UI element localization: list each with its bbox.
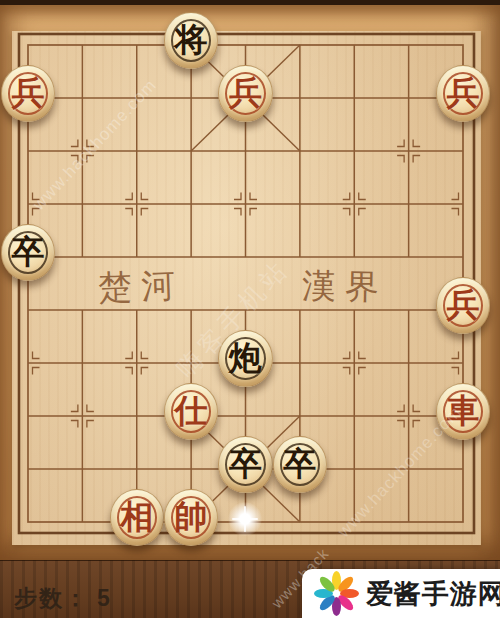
piece-black-soldier[interactable]: 卒 (273, 436, 327, 493)
board-point[interactable] (55, 337, 109, 390)
piece-black-general[interactable]: 将 (164, 12, 218, 69)
board-point[interactable] (381, 231, 435, 284)
board-point[interactable] (164, 231, 218, 284)
pinwheel-logo-icon (313, 571, 359, 617)
piece-red-soldier[interactable]: 兵 (218, 65, 272, 122)
board-point[interactable] (273, 178, 327, 231)
board-point[interactable] (381, 125, 435, 178)
piece-glyph: 兵 (2, 66, 54, 121)
board-point[interactable]: 相 (110, 496, 164, 549)
board-point[interactable] (327, 72, 381, 125)
board-point[interactable] (273, 72, 327, 125)
board-point[interactable] (55, 496, 109, 549)
board-point[interactable] (327, 337, 381, 390)
board-point[interactable]: 兵 (436, 284, 490, 337)
board-point[interactable]: 兵 (1, 72, 55, 125)
board-point[interactable] (327, 231, 381, 284)
piece-red-chariot[interactable]: 車 (436, 383, 490, 440)
piece-red-elephant[interactable]: 相 (110, 489, 164, 546)
board-point[interactable]: 車 (436, 390, 490, 443)
board-point[interactable] (218, 231, 272, 284)
board-point[interactable] (273, 284, 327, 337)
board-point[interactable]: 兵 (436, 72, 490, 125)
piece-black-cannon[interactable]: 炮 (218, 330, 272, 387)
board-point[interactable] (381, 337, 435, 390)
piece-glyph: 相 (111, 490, 163, 545)
piece-glyph: 兵 (437, 278, 489, 333)
board-point[interactable]: 卒 (273, 443, 327, 496)
board-point[interactable] (55, 390, 109, 443)
board-point[interactable]: 帥 (164, 496, 218, 549)
board-point[interactable] (381, 443, 435, 496)
piece-red-soldier[interactable]: 兵 (436, 65, 490, 122)
board-point[interactable] (273, 125, 327, 178)
board-point[interactable] (1, 337, 55, 390)
board-point[interactable] (381, 178, 435, 231)
board-point[interactable] (381, 390, 435, 443)
piece-black-soldier[interactable]: 卒 (1, 224, 55, 281)
piece-glyph: 将 (165, 13, 217, 68)
board-point[interactable] (164, 125, 218, 178)
board-point[interactable] (381, 284, 435, 337)
step-counter: 步数：5 (14, 583, 112, 614)
piece-glyph: 帥 (165, 490, 217, 545)
board-point[interactable] (327, 496, 381, 549)
board-point[interactable] (273, 337, 327, 390)
board-point[interactable] (327, 284, 381, 337)
board-point[interactable] (327, 19, 381, 72)
piece-glyph: 卒 (219, 437, 271, 492)
board-point[interactable] (164, 72, 218, 125)
board-point[interactable] (55, 72, 109, 125)
board-point[interactable] (1, 496, 55, 549)
board-point[interactable]: 卒 (1, 231, 55, 284)
step-counter-value: 5 (97, 585, 112, 611)
piece-glyph: 卒 (2, 225, 54, 280)
piece-glyph: 兵 (437, 66, 489, 121)
board-point[interactable] (110, 178, 164, 231)
piece-glyph: 兵 (219, 66, 271, 121)
board-point[interactable] (327, 390, 381, 443)
board-point[interactable]: 兵 (218, 72, 272, 125)
board-point[interactable] (55, 125, 109, 178)
game-screen: 楚河 漢界 将兵兵兵卒兵炮仕車卒卒相帥 www.hackhome.com 嗨客手… (0, 0, 500, 618)
board-point[interactable] (218, 125, 272, 178)
piece-glyph: 炮 (219, 331, 271, 386)
board-point[interactable] (1, 125, 55, 178)
board-grid: 将兵兵兵卒兵炮仕車卒卒相帥 (1, 19, 490, 549)
move-indicator-dot (228, 502, 262, 536)
board-point[interactable] (218, 496, 272, 549)
board-point[interactable] (55, 284, 109, 337)
brand-watermark: 爱酱手游网 (302, 569, 500, 618)
board-point[interactable] (327, 125, 381, 178)
board-point[interactable] (164, 178, 218, 231)
board-point[interactable] (381, 72, 435, 125)
piece-red-advisor[interactable]: 仕 (164, 383, 218, 440)
board-point[interactable] (436, 443, 490, 496)
board-point[interactable] (110, 337, 164, 390)
board-point[interactable] (164, 284, 218, 337)
board-point[interactable] (327, 178, 381, 231)
board-point[interactable] (436, 125, 490, 178)
brand-name: 爱酱手游网 (366, 576, 500, 612)
board-point[interactable] (1, 443, 55, 496)
board-point[interactable] (1, 390, 55, 443)
piece-red-general[interactable]: 帥 (164, 489, 218, 546)
board-point[interactable] (436, 178, 490, 231)
board-point[interactable] (110, 284, 164, 337)
board-point[interactable] (218, 178, 272, 231)
board-point[interactable]: 将 (164, 19, 218, 72)
board-point[interactable]: 仕 (164, 390, 218, 443)
piece-red-soldier[interactable]: 兵 (1, 65, 55, 122)
board-point[interactable] (381, 19, 435, 72)
board-point[interactable] (273, 19, 327, 72)
board-point[interactable] (110, 72, 164, 125)
board-point[interactable] (55, 178, 109, 231)
piece-red-soldier[interactable]: 兵 (436, 277, 490, 334)
board-point[interactable] (55, 443, 109, 496)
board-point[interactable]: 卒 (218, 443, 272, 496)
step-counter-label: 步数： (14, 585, 89, 611)
board-point[interactable] (110, 125, 164, 178)
board-point[interactable] (273, 231, 327, 284)
board-point[interactable] (1, 284, 55, 337)
piece-glyph: 卒 (274, 437, 326, 492)
board-point[interactable] (55, 231, 109, 284)
piece-glyph: 車 (437, 384, 489, 439)
piece-glyph: 仕 (165, 384, 217, 439)
board-point[interactable] (110, 231, 164, 284)
board-point[interactable] (436, 496, 490, 549)
board-point[interactable]: 炮 (218, 337, 272, 390)
board-point[interactable] (55, 19, 109, 72)
board-point[interactable] (110, 390, 164, 443)
piece-black-soldier[interactable]: 卒 (218, 436, 272, 493)
board-point[interactable] (110, 19, 164, 72)
board-point[interactable] (327, 443, 381, 496)
board-point[interactable] (381, 496, 435, 549)
board-point[interactable] (273, 496, 327, 549)
